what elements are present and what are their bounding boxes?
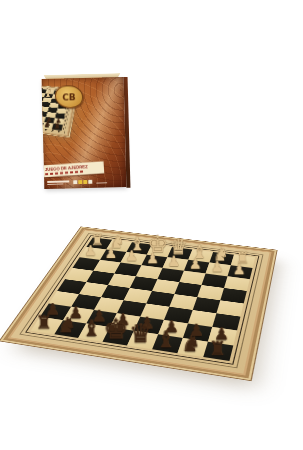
white-pawn: ♟ (104, 247, 117, 261)
fineprint-tail-text (96, 182, 107, 184)
white-pawn: ♟ (232, 263, 245, 278)
chess-board-scene: ♜♞♝♚♛♝♞♜♟♟♟♟♟♟♟♟♟♟♟♟♟♟♟♟♜♞♝♚♛♝♞♜ (8, 196, 295, 386)
black-pawn: ♟ (42, 115, 43, 121)
white-pawn: ♟ (210, 260, 223, 274)
white-pawn: ♟ (83, 244, 95, 258)
square-b8: ♞ (177, 338, 207, 357)
board-outer-pinstripe: ♜♞♝♚♛♝♞♜♟♟♟♟♟♟♟♟♟♟♟♟♟♟♟♟♜♞♝♚♛♝♞♜ (19, 233, 263, 368)
box-front-face: ♜♞♝♚♛♝♞♜♟♟♟♟♟♟♟♟♟♟♟♟♟♟♟♟♜♞♝♚♛♝♞♜ CB JUEG… (42, 77, 127, 189)
fineprint-line (47, 180, 69, 182)
black-queen: ♛ (128, 321, 151, 347)
white-pawn: ♟ (145, 252, 158, 266)
certification-icons (73, 180, 92, 184)
white-pawn: ♟ (45, 92, 50, 97)
black-bishop: ♝ (80, 317, 100, 339)
black-knight: ♞ (180, 333, 199, 355)
square-a2: ♟ (227, 265, 252, 279)
white-pawn: ♟ (167, 255, 180, 269)
white-pawn: ♟ (124, 249, 137, 263)
product-photo: ♜♞♝♚♛♝♞♜♟♟♟♟♟♟♟♟♟♟♟♟♟♟♟♟♜♞♝♚♛♝♞♜ CB JUEG… (0, 0, 303, 450)
square-a8: ♜ (203, 342, 233, 361)
product-box: ♜♞♝♚♛♝♞♜♟♟♟♟♟♟♟♟♟♟♟♟♟♟♟♟♜♞♝♚♛♝♞♜ CB JUEG… (42, 77, 127, 189)
white-pawn: ♟ (42, 92, 43, 97)
black-knight: ♞ (43, 120, 50, 128)
square-a8: ♜ (52, 124, 63, 131)
board-frame: ♜♞♝♚♛♝♞♜♟♟♟♟♟♟♟♟♟♟♟♟♟♟♟♟♜♞♝♚♛♝♞♜ (10, 230, 269, 373)
certification-icon (88, 180, 92, 184)
chess-grid: ♜♞♝♚♛♝♞♜♟♟♟♟♟♟♟♟♟♟♟♟♟♟♟♟♜♞♝♚♛♝♞♜ (30, 237, 254, 361)
black-rook: ♜ (53, 122, 60, 129)
square-d5 (146, 291, 174, 307)
black-rook: ♜ (207, 339, 225, 359)
white-pawn: ♟ (188, 257, 201, 271)
cb-logo-text: CB (62, 92, 76, 102)
certification-icon (73, 180, 77, 184)
square-f2: ♟ (120, 252, 146, 265)
black-bishop: ♝ (154, 328, 174, 351)
black-knight: ♞ (57, 315, 76, 336)
black-king: ♚ (102, 315, 127, 343)
certification-icon (83, 180, 87, 184)
certification-icon (78, 180, 82, 184)
black-rook: ♜ (34, 313, 51, 332)
board-inner-pinstripe: ♜♞♝♚♛♝♞♜♟♟♟♟♟♟♟♟♟♟♟♟♟♟♟♟♜♞♝♚♛♝♞♜ (24, 235, 258, 364)
product-title: JUEGO DE AJEDREZ (45, 163, 93, 171)
fineprint-text-lines (47, 180, 69, 185)
